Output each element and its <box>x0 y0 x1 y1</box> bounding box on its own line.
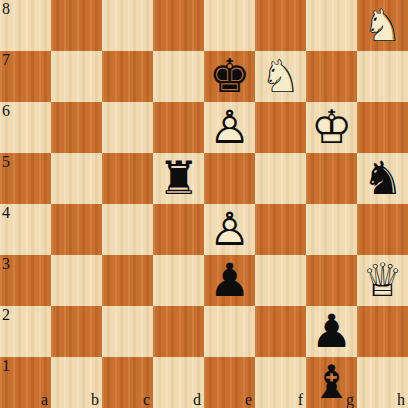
white-pawn-outline-glyph: ♙ <box>204 102 255 153</box>
square-h2[interactable] <box>357 306 408 357</box>
square-f4[interactable] <box>255 204 306 255</box>
piece-black-king-e7[interactable]: ♚ <box>204 51 255 102</box>
square-g7[interactable] <box>306 51 357 102</box>
square-c1[interactable]: c <box>102 357 153 408</box>
file-label-e: e <box>245 392 252 408</box>
square-f6[interactable] <box>255 102 306 153</box>
rank-label-7: 7 <box>2 52 10 68</box>
square-b7[interactable] <box>51 51 102 102</box>
square-d7[interactable] <box>153 51 204 102</box>
square-e2[interactable] <box>204 306 255 357</box>
square-d3[interactable] <box>153 255 204 306</box>
rank-label-5: 5 <box>2 154 10 170</box>
square-e8[interactable] <box>204 0 255 51</box>
square-b8[interactable] <box>51 0 102 51</box>
file-label-a: a <box>41 392 48 408</box>
square-a8[interactable]: 8 <box>0 0 51 51</box>
square-d1[interactable]: d <box>153 357 204 408</box>
square-g3[interactable] <box>306 255 357 306</box>
rank-label-4: 4 <box>2 205 10 221</box>
chess-board: 87654321abcdefgh ♞♘♚♞♘♟♙♚♔♜♞♟♙♟♛♕♟♝ <box>0 0 408 408</box>
square-d4[interactable] <box>153 204 204 255</box>
black-bishop-glyph: ♝ <box>306 357 357 408</box>
square-c4[interactable] <box>102 204 153 255</box>
white-pawn-outline-glyph: ♙ <box>204 204 255 255</box>
piece-white-king-g6[interactable]: ♚♔ <box>306 102 357 153</box>
square-f1[interactable]: f <box>255 357 306 408</box>
square-d6[interactable] <box>153 102 204 153</box>
black-king-glyph: ♚ <box>204 51 255 102</box>
square-a5[interactable]: 5 <box>0 153 51 204</box>
piece-white-pawn-e4[interactable]: ♟♙ <box>204 204 255 255</box>
square-d2[interactable] <box>153 306 204 357</box>
square-c5[interactable] <box>102 153 153 204</box>
rank-label-1: 1 <box>2 358 10 374</box>
white-king-outline-glyph: ♔ <box>306 102 357 153</box>
square-e5[interactable] <box>204 153 255 204</box>
piece-white-queen-h3[interactable]: ♛♕ <box>357 255 408 306</box>
square-h4[interactable] <box>357 204 408 255</box>
square-a7[interactable]: 7 <box>0 51 51 102</box>
file-label-f: f <box>298 392 303 408</box>
square-b3[interactable] <box>51 255 102 306</box>
black-pawn-glyph: ♟ <box>306 306 357 357</box>
square-g5[interactable] <box>306 153 357 204</box>
square-a6[interactable]: 6 <box>0 102 51 153</box>
square-b5[interactable] <box>51 153 102 204</box>
white-queen-outline-glyph: ♕ <box>357 255 408 306</box>
file-label-h: h <box>397 392 405 408</box>
square-b6[interactable] <box>51 102 102 153</box>
piece-black-knight-h5[interactable]: ♞ <box>357 153 408 204</box>
black-knight-glyph: ♞ <box>357 153 408 204</box>
square-b4[interactable] <box>51 204 102 255</box>
piece-white-pawn-e6[interactable]: ♟♙ <box>204 102 255 153</box>
square-b2[interactable] <box>51 306 102 357</box>
file-label-d: d <box>193 392 201 408</box>
square-f5[interactable] <box>255 153 306 204</box>
square-c3[interactable] <box>102 255 153 306</box>
piece-black-pawn-g2[interactable]: ♟ <box>306 306 357 357</box>
rank-label-8: 8 <box>2 1 10 17</box>
black-rook-glyph: ♜ <box>153 153 204 204</box>
square-f3[interactable] <box>255 255 306 306</box>
square-g4[interactable] <box>306 204 357 255</box>
square-h7[interactable] <box>357 51 408 102</box>
square-c6[interactable] <box>102 102 153 153</box>
piece-black-pawn-e3[interactable]: ♟ <box>204 255 255 306</box>
square-c8[interactable] <box>102 0 153 51</box>
rank-label-6: 6 <box>2 103 10 119</box>
square-b1[interactable]: b <box>51 357 102 408</box>
square-h6[interactable] <box>357 102 408 153</box>
rank-label-2: 2 <box>2 307 10 323</box>
square-f2[interactable] <box>255 306 306 357</box>
square-e1[interactable]: e <box>204 357 255 408</box>
piece-white-knight-h8[interactable]: ♞♘ <box>357 0 408 51</box>
square-d8[interactable] <box>153 0 204 51</box>
white-knight-outline-glyph: ♘ <box>357 0 408 51</box>
square-c7[interactable] <box>102 51 153 102</box>
square-a1[interactable]: 1a <box>0 357 51 408</box>
square-f8[interactable] <box>255 0 306 51</box>
square-a4[interactable]: 4 <box>0 204 51 255</box>
square-g8[interactable] <box>306 0 357 51</box>
square-a2[interactable]: 2 <box>0 306 51 357</box>
square-c2[interactable] <box>102 306 153 357</box>
rank-label-3: 3 <box>2 256 10 272</box>
file-label-b: b <box>91 392 99 408</box>
square-a3[interactable]: 3 <box>0 255 51 306</box>
black-pawn-glyph: ♟ <box>204 255 255 306</box>
white-knight-outline-glyph: ♘ <box>255 51 306 102</box>
piece-black-bishop-g1[interactable]: ♝ <box>306 357 357 408</box>
file-label-c: c <box>143 392 150 408</box>
square-h1[interactable]: h <box>357 357 408 408</box>
piece-black-rook-d5[interactable]: ♜ <box>153 153 204 204</box>
piece-white-knight-f7[interactable]: ♞♘ <box>255 51 306 102</box>
